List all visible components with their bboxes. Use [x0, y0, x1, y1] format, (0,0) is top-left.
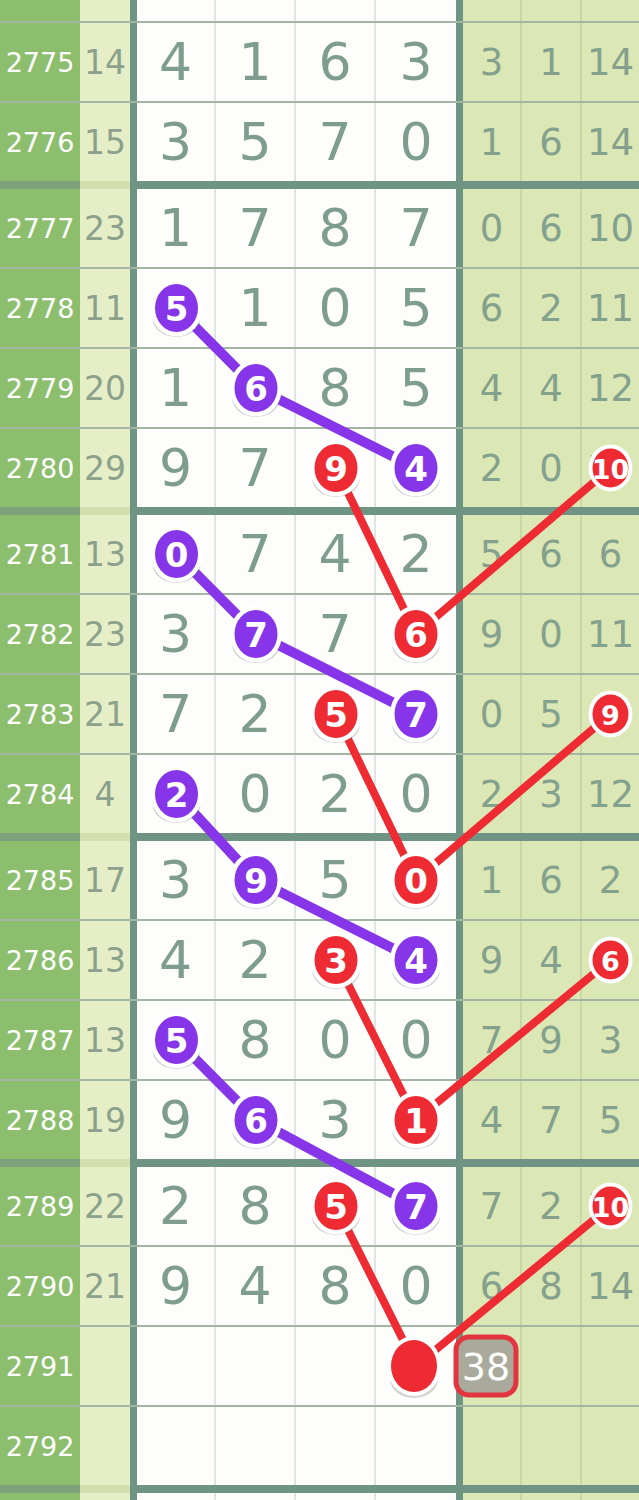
sum-cell [80, 1327, 130, 1405]
stat-cell: 5 [522, 675, 582, 753]
stat-cell: 9 [582, 675, 639, 753]
digit-cell: 5 [376, 349, 456, 427]
digit-cell: 2 [216, 921, 296, 999]
column-divider [456, 595, 463, 673]
digit-cell: 7 [296, 595, 376, 673]
column-divider [130, 429, 137, 507]
table-row: 27781151056211 [0, 269, 639, 349]
table-row: 27761535701614 [0, 103, 639, 181]
period-cell: 2778 [0, 269, 80, 347]
column-divider [456, 429, 463, 507]
period-cell: 2776 [0, 103, 80, 181]
table-row: 27892228577210 [0, 1167, 639, 1247]
trend-chart-rows: 2775144163311427761535701614277723178706… [0, 0, 639, 1500]
stat-cell: 0 [463, 189, 522, 267]
period-cell: 2791 [0, 1327, 80, 1405]
stat-cell: 9 [463, 595, 522, 673]
stat-cell: 7 [522, 1081, 582, 1159]
digit-cell [137, 1327, 216, 1405]
stat-cell: 10 [582, 429, 639, 507]
digit-cell: 0 [296, 269, 376, 347]
sum-cell [80, 1493, 130, 1500]
digit-cell: 0 [296, 1001, 376, 1079]
stat-cell: 1 [463, 103, 522, 181]
stat-cell: 14 [582, 23, 639, 101]
digit-cell: 0 [137, 515, 216, 593]
period-cell: 2789 [0, 1167, 80, 1245]
digit-cell: 4 [376, 429, 456, 507]
column-divider [456, 1081, 463, 1159]
digit-cell: 0 [376, 1247, 456, 1325]
table-row: 2788199631475 [0, 1081, 639, 1159]
digit-cell [137, 1407, 216, 1485]
digit-cell: 9 [137, 1247, 216, 1325]
period-cell: 2792 [0, 1407, 80, 1485]
partial-row [0, 1493, 639, 1500]
digit-cell: 9 [137, 429, 216, 507]
column-divider [456, 1327, 463, 1405]
digit-cell: 5 [137, 1001, 216, 1079]
stat-cell: 6 [463, 1247, 522, 1325]
column-divider [456, 1167, 463, 1245]
digit-cell: 2 [137, 1167, 216, 1245]
digit-cell: 1 [137, 189, 216, 267]
column-divider [130, 1001, 137, 1079]
stat-cell: 6 [522, 103, 582, 181]
column-divider [456, 755, 463, 833]
period-cell: 2782 [0, 595, 80, 673]
sum-cell: 13 [80, 515, 130, 593]
digit-cell: 4 [216, 1247, 296, 1325]
column-divider [130, 189, 137, 267]
table-row: 2787135800793 [0, 1001, 639, 1081]
column-divider [456, 189, 463, 267]
stat-cell: 0 [522, 595, 582, 673]
column-divider [456, 1247, 463, 1325]
column-divider [456, 349, 463, 427]
digit-cell: 8 [296, 1247, 376, 1325]
sum-cell: 13 [80, 1001, 130, 1079]
stat-cell: 2 [463, 755, 522, 833]
digit-cell: 8 [296, 349, 376, 427]
digit-cell: 4 [296, 515, 376, 593]
digit-cell [296, 1407, 376, 1485]
digit-cell: 7 [216, 515, 296, 593]
digit-cell: 0 [376, 841, 456, 919]
digit-cell: 8 [216, 1001, 296, 1079]
digit-cell: 7 [376, 189, 456, 267]
trend-chart-board: 2775144163311427761535701614277723178706… [0, 0, 639, 1500]
column-divider [130, 349, 137, 427]
sum-cell [80, 0, 130, 21]
column-divider [130, 755, 137, 833]
stat-cell: 7 [463, 1001, 522, 1079]
sum-cell: 19 [80, 1081, 130, 1159]
sum-cell: 17 [80, 841, 130, 919]
stat-cell [522, 1407, 582, 1485]
stat-cell: 6 [522, 189, 582, 267]
digit-cell: 5 [296, 1167, 376, 1245]
column-divider [130, 1407, 137, 1485]
column-divider [456, 1407, 463, 1485]
stat-cell: 12 [582, 755, 639, 833]
stat-cell: 12 [582, 349, 639, 427]
sum-cell: 29 [80, 429, 130, 507]
column-divider [456, 675, 463, 753]
digit-cell: 3 [376, 23, 456, 101]
stat-cell: 5 [582, 1081, 639, 1159]
group-separator [0, 1485, 639, 1493]
digit-cell [376, 1493, 456, 1500]
column-divider [456, 23, 463, 101]
partial-row [0, 0, 639, 23]
table-row: 27792016854412 [0, 349, 639, 429]
digit-cell: 8 [216, 1167, 296, 1245]
column-divider [130, 595, 137, 673]
stat-cell [463, 0, 522, 21]
group-separator [0, 1159, 639, 1167]
column-divider [456, 1493, 463, 1500]
period-cell: 2785 [0, 841, 80, 919]
digit-cell: 4 [376, 921, 456, 999]
column-divider [130, 841, 137, 919]
digit-cell: 9 [296, 429, 376, 507]
column-divider [130, 515, 137, 593]
stat-cell: 3 [522, 755, 582, 833]
column-divider [130, 1081, 137, 1159]
digit-cell [296, 1327, 376, 1405]
digit-cell [137, 0, 216, 21]
period-cell: 2783 [0, 675, 80, 753]
digit-cell: 6 [376, 595, 456, 673]
stat-cell: 14 [582, 103, 639, 181]
digit-cell: 9 [216, 841, 296, 919]
period-cell: 2786 [0, 921, 80, 999]
digit-cell: 2 [376, 515, 456, 593]
stat-cell [463, 1493, 522, 1500]
stat-cell [463, 1407, 522, 1485]
digit-cell: 5 [216, 103, 296, 181]
digit-cell: 3 [137, 841, 216, 919]
group-separator [0, 507, 639, 515]
table-row: 27802997942010 [0, 429, 639, 507]
digit-cell [296, 0, 376, 21]
sum-cell: 20 [80, 349, 130, 427]
sum-cell [80, 1407, 130, 1485]
digit-cell [216, 1493, 296, 1500]
digit-cell: 2 [296, 755, 376, 833]
digit-cell: 5 [296, 675, 376, 753]
stat-cell: 4 [522, 921, 582, 999]
stat-cell: 9 [522, 1001, 582, 1079]
stat-cell: 6 [522, 841, 582, 919]
column-divider [456, 269, 463, 347]
digit-cell [216, 1327, 296, 1405]
digit-cell: 0 [376, 1001, 456, 1079]
digit-cell: 1 [137, 349, 216, 427]
sum-cell: 23 [80, 595, 130, 673]
column-divider [456, 103, 463, 181]
table-row: 2785173950162 [0, 841, 639, 921]
stat-cell: 11 [582, 595, 639, 673]
column-divider [130, 675, 137, 753]
column-divider [130, 1327, 137, 1405]
stat-cell: 8 [522, 1247, 582, 1325]
column-divider [130, 1493, 137, 1500]
table-row: 27772317870610 [0, 189, 639, 269]
stat-cell: 4 [463, 349, 522, 427]
digit-cell: 3 [137, 595, 216, 673]
table-row: 2784420202312 [0, 755, 639, 833]
period-cell [0, 1493, 80, 1500]
column-divider [130, 1167, 137, 1245]
stat-cell [582, 1493, 639, 1500]
sum-cell: 21 [80, 675, 130, 753]
column-divider [456, 841, 463, 919]
stat-cell: 2 [463, 429, 522, 507]
digit-cell: 3 [296, 1081, 376, 1159]
column-divider [456, 921, 463, 999]
digit-cell: 0 [216, 755, 296, 833]
table-row: 27902194806814 [0, 1247, 639, 1327]
digit-cell [216, 0, 296, 21]
period-cell [0, 0, 80, 21]
digit-cell: 3 [137, 103, 216, 181]
stat-cell: 7 [463, 1167, 522, 1245]
stat-cell: 1 [522, 23, 582, 101]
sum-cell: 14 [80, 23, 130, 101]
group-separator [0, 181, 639, 189]
period-cell: 2779 [0, 349, 80, 427]
digit-cell: 8 [296, 189, 376, 267]
stat-cell: 10 [582, 189, 639, 267]
stat-cell [582, 1407, 639, 1485]
digit-cell: 2 [216, 675, 296, 753]
digit-cell [296, 1493, 376, 1500]
digit-cell [376, 0, 456, 21]
column-divider [456, 1001, 463, 1079]
group-separator [0, 833, 639, 841]
digit-cell: 7 [216, 429, 296, 507]
column-divider [130, 23, 137, 101]
stat-cell: 10 [582, 1167, 639, 1245]
sum-cell: 21 [80, 1247, 130, 1325]
stat-cell [522, 1493, 582, 1500]
stat-cell: 6 [463, 269, 522, 347]
stat-cell [522, 1327, 582, 1405]
stat-cell: 2 [522, 269, 582, 347]
stat-cell [463, 1327, 522, 1405]
period-cell: 2788 [0, 1081, 80, 1159]
digit-cell: 5 [376, 269, 456, 347]
column-divider [456, 0, 463, 21]
digit-cell: 2 [137, 755, 216, 833]
table-row: 27751441633114 [0, 23, 639, 103]
digit-cell: 1 [376, 1081, 456, 1159]
table-row: 2781130742566 [0, 515, 639, 595]
column-divider [456, 515, 463, 593]
table-row: 2786134234946 [0, 921, 639, 1001]
sum-cell: 23 [80, 189, 130, 267]
digit-cell [137, 1493, 216, 1500]
digit-cell: 7 [296, 103, 376, 181]
digit-cell [376, 1327, 456, 1405]
table-row: 2792 [0, 1407, 639, 1485]
digit-cell: 7 [376, 1167, 456, 1245]
digit-cell: 6 [296, 23, 376, 101]
column-divider [130, 921, 137, 999]
stat-cell: 2 [522, 1167, 582, 1245]
sum-cell: 15 [80, 103, 130, 181]
stat-cell: 0 [522, 429, 582, 507]
stat-cell [582, 0, 639, 21]
digit-cell: 1 [216, 269, 296, 347]
stat-cell: 9 [463, 921, 522, 999]
stat-cell: 3 [582, 1001, 639, 1079]
stat-cell: 6 [522, 515, 582, 593]
stat-cell: 4 [522, 349, 582, 427]
stat-cell: 6 [582, 515, 639, 593]
sum-cell: 13 [80, 921, 130, 999]
digit-cell: 0 [376, 755, 456, 833]
digit-cell: 7 [216, 595, 296, 673]
period-cell: 2790 [0, 1247, 80, 1325]
digit-cell: 6 [216, 1081, 296, 1159]
digit-cell: 5 [137, 269, 216, 347]
stat-cell: 2 [582, 841, 639, 919]
stat-cell: 14 [582, 1247, 639, 1325]
digit-cell: 7 [216, 189, 296, 267]
sum-cell: 22 [80, 1167, 130, 1245]
digit-cell: 7 [376, 675, 456, 753]
digit-cell: 4 [137, 23, 216, 101]
table-row: 2783217257059 [0, 675, 639, 755]
period-cell: 2781 [0, 515, 80, 593]
table-row: 2791 [0, 1327, 639, 1407]
stat-cell [522, 0, 582, 21]
digit-cell: 0 [376, 103, 456, 181]
stat-cell: 1 [463, 841, 522, 919]
sum-cell: 11 [80, 269, 130, 347]
stat-cell: 3 [463, 23, 522, 101]
digit-cell: 3 [296, 921, 376, 999]
stat-cell: 5 [463, 515, 522, 593]
stat-cell: 4 [463, 1081, 522, 1159]
column-divider [130, 0, 137, 21]
period-cell: 2777 [0, 189, 80, 267]
column-divider [130, 269, 137, 347]
stat-cell: 0 [463, 675, 522, 753]
digit-cell: 9 [137, 1081, 216, 1159]
period-cell: 2780 [0, 429, 80, 507]
stat-cell: 6 [582, 921, 639, 999]
column-divider [130, 1247, 137, 1325]
column-divider [130, 103, 137, 181]
digit-cell: 4 [137, 921, 216, 999]
digit-cell [216, 1407, 296, 1485]
digit-cell: 6 [216, 349, 296, 427]
digit-cell: 5 [296, 841, 376, 919]
stat-cell: 11 [582, 269, 639, 347]
digit-cell: 7 [137, 675, 216, 753]
digit-cell: 1 [216, 23, 296, 101]
digit-cell [376, 1407, 456, 1485]
period-cell: 2784 [0, 755, 80, 833]
sum-cell: 4 [80, 755, 130, 833]
period-cell: 2787 [0, 1001, 80, 1079]
table-row: 27822337769011 [0, 595, 639, 675]
stat-cell [582, 1327, 639, 1405]
period-cell: 2775 [0, 23, 80, 101]
